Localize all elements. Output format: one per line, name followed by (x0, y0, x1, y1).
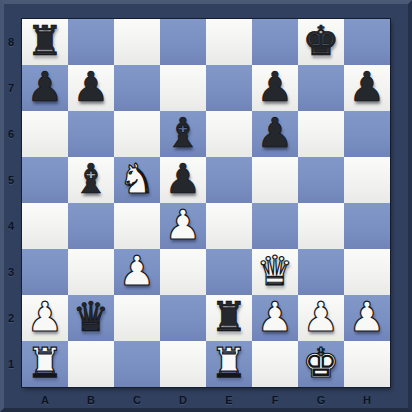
piece-white-pawn[interactable]: ♟ (257, 294, 294, 340)
square-e6[interactable] (206, 111, 252, 157)
square-c2[interactable] (114, 295, 160, 341)
square-d1[interactable] (160, 341, 206, 387)
square-a7[interactable]: ♟ (22, 65, 68, 111)
file-label-c: C (114, 387, 160, 412)
square-e1[interactable]: ♜ (206, 341, 252, 387)
piece-black-rook[interactable]: ♜ (27, 18, 64, 64)
piece-black-queen[interactable]: ♛ (73, 294, 110, 340)
square-h8[interactable] (344, 19, 390, 65)
square-f1[interactable] (252, 341, 298, 387)
square-a2[interactable]: ♟ (22, 295, 68, 341)
square-d6[interactable]: ♝ (160, 111, 206, 157)
square-h4[interactable] (344, 203, 390, 249)
square-e2[interactable]: ♜ (206, 295, 252, 341)
square-a5[interactable] (22, 157, 68, 203)
square-f4[interactable] (252, 203, 298, 249)
square-b7[interactable]: ♟ (68, 65, 114, 111)
rank-label-7: 7 (0, 65, 22, 111)
piece-white-king[interactable]: ♚ (303, 340, 340, 386)
square-e3[interactable] (206, 249, 252, 295)
piece-black-rook[interactable]: ♜ (211, 294, 248, 340)
rank-label-4: 4 (0, 203, 22, 249)
square-e5[interactable] (206, 157, 252, 203)
square-f3[interactable]: ♛ (252, 249, 298, 295)
square-c8[interactable] (114, 19, 160, 65)
square-c6[interactable] (114, 111, 160, 157)
file-label-a: A (22, 387, 68, 412)
piece-black-pawn[interactable]: ♟ (257, 110, 294, 156)
piece-black-pawn[interactable]: ♟ (73, 64, 110, 110)
square-a6[interactable] (22, 111, 68, 157)
square-h5[interactable] (344, 157, 390, 203)
piece-white-rook[interactable]: ♜ (27, 340, 64, 386)
chessboard[interactable]: ♜♚♟♟♟♟♝♟♝♞♟♟♟♛♟♛♜♟♟♟♜♜♚ (22, 19, 390, 387)
file-label-f: F (252, 387, 298, 412)
square-e8[interactable] (206, 19, 252, 65)
file-label-g: G (298, 387, 344, 412)
square-g8[interactable]: ♚ (298, 19, 344, 65)
file-label-e: E (206, 387, 252, 412)
square-d3[interactable] (160, 249, 206, 295)
file-label-b: B (68, 387, 114, 412)
rank-label-5: 5 (0, 157, 22, 203)
chessboard-frame: 87654321 ♜♚♟♟♟♟♝♟♝♞♟♟♟♛♟♛♜♟♟♟♜♜♚ ABCDEFG… (0, 0, 412, 412)
piece-white-knight[interactable]: ♞ (119, 156, 156, 202)
square-d7[interactable] (160, 65, 206, 111)
square-h2[interactable]: ♟ (344, 295, 390, 341)
piece-black-pawn[interactable]: ♟ (257, 64, 294, 110)
square-b6[interactable] (68, 111, 114, 157)
square-b8[interactable] (68, 19, 114, 65)
piece-white-pawn[interactable]: ♟ (165, 202, 202, 248)
square-c7[interactable] (114, 65, 160, 111)
square-c3[interactable]: ♟ (114, 249, 160, 295)
square-h1[interactable] (344, 341, 390, 387)
square-g3[interactable] (298, 249, 344, 295)
piece-white-pawn[interactable]: ♟ (349, 294, 386, 340)
square-b2[interactable]: ♛ (68, 295, 114, 341)
square-d5[interactable]: ♟ (160, 157, 206, 203)
square-d8[interactable] (160, 19, 206, 65)
piece-white-rook[interactable]: ♜ (211, 340, 248, 386)
square-f8[interactable] (252, 19, 298, 65)
square-a3[interactable] (22, 249, 68, 295)
square-b3[interactable] (68, 249, 114, 295)
square-c4[interactable] (114, 203, 160, 249)
piece-black-bishop[interactable]: ♝ (165, 110, 202, 156)
piece-black-pawn[interactable]: ♟ (165, 156, 202, 202)
square-a4[interactable] (22, 203, 68, 249)
piece-white-pawn[interactable]: ♟ (303, 294, 340, 340)
square-g5[interactable] (298, 157, 344, 203)
square-f6[interactable]: ♟ (252, 111, 298, 157)
file-labels: ABCDEFGH (22, 387, 390, 412)
rank-label-1: 1 (0, 341, 22, 387)
piece-white-pawn[interactable]: ♟ (119, 248, 156, 294)
square-g1[interactable]: ♚ (298, 341, 344, 387)
file-label-d: D (160, 387, 206, 412)
square-b5[interactable]: ♝ (68, 157, 114, 203)
rank-label-6: 6 (0, 111, 22, 157)
square-h3[interactable] (344, 249, 390, 295)
square-f2[interactable]: ♟ (252, 295, 298, 341)
file-label-h: H (344, 387, 390, 412)
rank-labels: 87654321 (0, 19, 22, 387)
piece-black-king[interactable]: ♚ (303, 18, 340, 64)
piece-black-pawn[interactable]: ♟ (349, 64, 386, 110)
square-f7[interactable]: ♟ (252, 65, 298, 111)
piece-black-bishop[interactable]: ♝ (73, 156, 110, 202)
square-b4[interactable] (68, 203, 114, 249)
square-h6[interactable] (344, 111, 390, 157)
square-b1[interactable] (68, 341, 114, 387)
square-g6[interactable] (298, 111, 344, 157)
square-g2[interactable]: ♟ (298, 295, 344, 341)
piece-black-pawn[interactable]: ♟ (27, 64, 64, 110)
square-c1[interactable] (114, 341, 160, 387)
rank-label-3: 3 (0, 249, 22, 295)
square-e7[interactable] (206, 65, 252, 111)
rank-label-8: 8 (0, 19, 22, 65)
rank-label-2: 2 (0, 295, 22, 341)
square-f5[interactable] (252, 157, 298, 203)
square-c5[interactable]: ♞ (114, 157, 160, 203)
square-a1[interactable]: ♜ (22, 341, 68, 387)
square-g7[interactable] (298, 65, 344, 111)
square-h7[interactable]: ♟ (344, 65, 390, 111)
piece-white-pawn[interactable]: ♟ (27, 294, 64, 340)
piece-white-queen[interactable]: ♛ (257, 248, 294, 294)
square-e4[interactable] (206, 203, 252, 249)
square-a8[interactable]: ♜ (22, 19, 68, 65)
square-d2[interactable] (160, 295, 206, 341)
square-d4[interactable]: ♟ (160, 203, 206, 249)
square-g4[interactable] (298, 203, 344, 249)
